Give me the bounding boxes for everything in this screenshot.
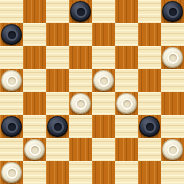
square-d1[interactable] <box>69 161 92 184</box>
square-c2[interactable] <box>46 138 69 161</box>
square-c5[interactable] <box>46 69 69 92</box>
square-d3[interactable] <box>69 115 92 138</box>
square-g1[interactable] <box>138 161 161 184</box>
white-man-piece[interactable] <box>1 162 22 183</box>
square-g8[interactable] <box>138 0 161 23</box>
square-a7[interactable] <box>0 23 23 46</box>
white-man-piece[interactable] <box>1 70 22 91</box>
square-c3[interactable] <box>46 115 69 138</box>
square-d7[interactable] <box>69 23 92 46</box>
square-b1[interactable] <box>23 161 46 184</box>
square-d6[interactable] <box>69 46 92 69</box>
square-e5[interactable] <box>92 69 115 92</box>
black-man-piece[interactable] <box>1 116 22 137</box>
square-d8[interactable] <box>69 0 92 23</box>
white-man-piece[interactable] <box>70 93 91 114</box>
square-h8[interactable] <box>161 0 184 23</box>
square-g2[interactable] <box>138 138 161 161</box>
square-h7[interactable] <box>161 23 184 46</box>
square-h3[interactable] <box>161 115 184 138</box>
white-man-piece[interactable] <box>93 70 114 91</box>
white-man-piece[interactable] <box>24 139 45 160</box>
square-b7[interactable] <box>23 23 46 46</box>
square-g6[interactable] <box>138 46 161 69</box>
square-h1[interactable] <box>161 161 184 184</box>
square-e2[interactable] <box>92 138 115 161</box>
black-man-piece[interactable] <box>139 116 160 137</box>
square-b2[interactable] <box>23 138 46 161</box>
square-e6[interactable] <box>92 46 115 69</box>
white-man-piece[interactable] <box>162 139 183 160</box>
square-d2[interactable] <box>69 138 92 161</box>
square-h6[interactable] <box>161 46 184 69</box>
square-g5[interactable] <box>138 69 161 92</box>
square-c6[interactable] <box>46 46 69 69</box>
square-e8[interactable] <box>92 0 115 23</box>
square-b8[interactable] <box>23 0 46 23</box>
square-f8[interactable] <box>115 0 138 23</box>
square-d4[interactable] <box>69 92 92 115</box>
black-man-piece[interactable] <box>162 1 183 22</box>
square-f3[interactable] <box>115 115 138 138</box>
square-a3[interactable] <box>0 115 23 138</box>
square-g7[interactable] <box>138 23 161 46</box>
square-e3[interactable] <box>92 115 115 138</box>
square-a5[interactable] <box>0 69 23 92</box>
square-a6[interactable] <box>0 46 23 69</box>
square-g4[interactable] <box>138 92 161 115</box>
square-c8[interactable] <box>46 0 69 23</box>
square-g3[interactable] <box>138 115 161 138</box>
square-a4[interactable] <box>0 92 23 115</box>
square-f1[interactable] <box>115 161 138 184</box>
square-a1[interactable] <box>0 161 23 184</box>
white-man-piece[interactable] <box>116 93 137 114</box>
square-f4[interactable] <box>115 92 138 115</box>
square-e1[interactable] <box>92 161 115 184</box>
square-f5[interactable] <box>115 69 138 92</box>
square-a8[interactable] <box>0 0 23 23</box>
square-b6[interactable] <box>23 46 46 69</box>
square-f6[interactable] <box>115 46 138 69</box>
checkers-board <box>0 0 184 184</box>
black-man-piece[interactable] <box>1 24 22 45</box>
square-b3[interactable] <box>23 115 46 138</box>
square-c4[interactable] <box>46 92 69 115</box>
square-d5[interactable] <box>69 69 92 92</box>
square-h4[interactable] <box>161 92 184 115</box>
square-f2[interactable] <box>115 138 138 161</box>
square-c7[interactable] <box>46 23 69 46</box>
square-h5[interactable] <box>161 69 184 92</box>
square-a2[interactable] <box>0 138 23 161</box>
square-c1[interactable] <box>46 161 69 184</box>
black-man-piece[interactable] <box>70 1 91 22</box>
square-h2[interactable] <box>161 138 184 161</box>
square-b5[interactable] <box>23 69 46 92</box>
square-e4[interactable] <box>92 92 115 115</box>
square-f7[interactable] <box>115 23 138 46</box>
black-man-piece[interactable] <box>47 116 68 137</box>
square-b4[interactable] <box>23 92 46 115</box>
square-e7[interactable] <box>92 23 115 46</box>
white-man-piece[interactable] <box>162 47 183 68</box>
